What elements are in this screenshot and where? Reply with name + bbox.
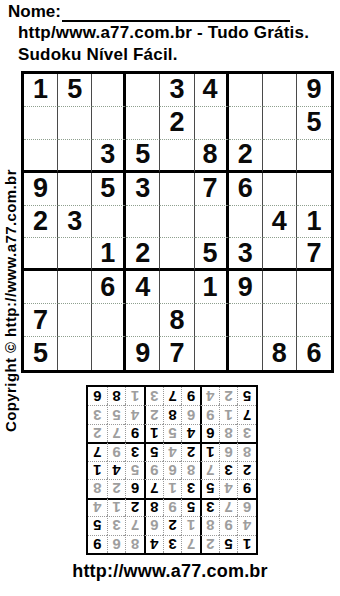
puzzle-cell-r7c2 [58,271,92,304]
site-title: http/www.a77.com.br - Tudo Grátis. [18,23,309,43]
solution-cell-r1c6: 4 [144,535,163,553]
solution-cell-r8c9: 3 [88,405,107,423]
solution-cell-r7c1: 3 [237,424,256,442]
solution-cell-r1c5: 3 [163,535,182,553]
solution-cell-r8c4: 6 [181,405,200,423]
solution-cell-r6c7: 3 [125,442,144,460]
puzzle-cell-r8c6 [195,304,229,337]
puzzle-cell-r3c3: 3 [92,140,126,173]
solution-cell-r9c8: 8 [107,387,126,405]
solution-cell-r9c4: 9 [181,387,200,405]
solution-cell-r5c3: 7 [200,461,219,479]
solution-cell-r2c1: 4 [237,516,256,534]
puzzle-cell-r7c1 [24,271,58,304]
solution-cell-r2c7: 7 [125,516,144,534]
puzzle-cell-r7c8 [263,271,297,304]
difficulty-title: Sudoku Nível Fácil. [18,45,178,65]
solution-cell-r1c4: 7 [181,535,200,553]
solution-cell-r4c7: 6 [125,479,144,497]
solution-cell-r4c3: 5 [200,479,219,497]
solution-cell-r8c3: 9 [200,405,219,423]
puzzle-cell-r8c9 [297,304,331,337]
solution-cell-r2c2: 9 [219,516,238,534]
puzzle-cell-r9c3 [92,337,126,370]
solution-cell-r3c6: 8 [144,498,163,516]
puzzle-cell-r9c2 [58,337,92,370]
solution-cell-r4c1: 9 [237,479,256,497]
solution-cell-r1c7: 8 [125,535,144,553]
puzzle-cell-r4c3: 5 [92,173,126,206]
puzzle-cell-r4c5 [160,173,194,206]
puzzle-cell-r4c8 [263,173,297,206]
solution-cell-r6c3: 1 [200,442,219,460]
solution-cell-r3c5: 9 [163,498,182,516]
solution-cell-r5c8: 4 [107,461,126,479]
puzzle-cell-r3c8 [263,140,297,173]
name-label: Nome: [8,2,61,22]
solution-cell-r5c6: 9 [144,461,163,479]
puzzle-cell-r3c7: 2 [229,140,263,173]
solution-cell-r9c7: 1 [125,387,144,405]
puzzle-cell-r1c3 [92,74,126,107]
puzzle-cell-r9c5: 7 [160,337,194,370]
puzzle-cell-r3c2 [58,140,92,173]
puzzle-cell-r3c5 [160,140,194,173]
puzzle-cell-r8c4 [126,304,160,337]
puzzle-cell-r6c3: 1 [92,238,126,271]
solution-cell-r9c2: 2 [219,387,238,405]
puzzle-cell-r1c6: 4 [195,74,229,107]
footer-url: http://www.a77.com.br [0,561,340,582]
puzzle-cell-r2c1 [24,107,58,140]
solution-cell-r2c4: 1 [181,516,200,534]
name-underline [62,0,290,22]
solution-cell-r1c8: 6 [107,535,126,553]
puzzle-cell-r4c1: 9 [24,173,58,206]
solution-cell-r6c4: 2 [181,442,200,460]
puzzle-cell-r2c7 [229,107,263,140]
puzzle-cell-r5c9: 1 [297,206,331,239]
puzzle-cell-r5c8: 4 [263,206,297,239]
puzzle-cell-r5c5 [160,206,194,239]
solution-cell-r2c5: 2 [163,516,182,534]
solution-cell-r2c8: 3 [107,516,126,534]
puzzle-cell-r9c7 [229,337,263,370]
puzzle-cell-r7c4: 4 [126,271,160,304]
solution-cell-r2c9: 5 [88,516,107,534]
puzzle-cell-r8c7 [229,304,263,337]
solution-cell-r6c1: 8 [237,442,256,460]
puzzle-cell-r3c6: 8 [195,140,229,173]
solution-cell-r5c2: 3 [219,461,238,479]
solution-cell-r6c8: 9 [107,442,126,460]
solution-cell-r6c6: 5 [144,442,163,460]
solution-cell-r1c1: 1 [237,535,256,553]
puzzle-cell-r2c8 [263,107,297,140]
solution-cell-r9c3: 4 [200,387,219,405]
solution-cell-r1c2: 5 [219,535,238,553]
puzzle-cell-r7c3: 6 [92,271,126,304]
solution-cell-r6c5: 4 [163,442,182,460]
solution-cell-r3c7: 2 [125,498,144,516]
puzzle-cell-r5c4 [126,206,160,239]
puzzle-cell-r4c7: 6 [229,173,263,206]
puzzle-cell-r4c6: 7 [195,173,229,206]
solution-cell-r2c6: 6 [144,516,163,534]
solution-cell-r8c7: 4 [125,405,144,423]
solution-cell-r3c4: 5 [181,498,200,516]
puzzle-cell-r5c6 [195,206,229,239]
solution-cell-r7c5: 5 [163,424,182,442]
puzzle-cell-r4c9 [297,173,331,206]
solution-cell-r7c3: 6 [200,424,219,442]
puzzle-cell-r5c7 [229,206,263,239]
puzzle-cell-r8c2 [58,304,92,337]
sudoku-solution-grid: 1527348694981267356735982149453176282378… [86,385,258,555]
solution-cell-r4c9: 8 [88,479,107,497]
solution-cell-r3c9: 4 [88,498,107,516]
solution-cell-r3c3: 3 [200,498,219,516]
puzzle-cell-r6c5 [160,238,194,271]
solution-cell-r7c7: 9 [125,424,144,442]
solution-cell-r7c6: 1 [144,424,163,442]
solution-cell-r4c2: 4 [219,479,238,497]
puzzle-cell-r2c4 [126,107,160,140]
puzzle-cell-r4c2 [58,173,92,206]
solution-cell-r4c4: 3 [181,479,200,497]
solution-cell-r8c5: 8 [163,405,182,423]
solution-cell-r4c8: 2 [107,479,126,497]
solution-cell-r3c1: 6 [237,498,256,516]
puzzle-cell-r1c7 [229,74,263,107]
solution-cell-r8c1: 7 [237,405,256,423]
solution-cell-r6c2: 6 [219,442,238,460]
solution-cell-r8c2: 1 [219,405,238,423]
solution-cell-r7c8: 7 [107,424,126,442]
puzzle-cell-r1c4 [126,74,160,107]
puzzle-cell-r9c4: 9 [126,337,160,370]
puzzle-cell-r6c2 [58,238,92,271]
puzzle-cell-r4c4: 3 [126,173,160,206]
puzzle-cell-r8c1: 7 [24,304,58,337]
solution-cell-r7c9: 2 [88,424,107,442]
solution-cell-r4c5: 1 [163,479,182,497]
puzzle-cell-r9c9: 6 [297,337,331,370]
solution-cell-r9c9: 6 [88,387,107,405]
solution-cell-r5c7: 5 [125,461,144,479]
puzzle-cell-r6c6: 5 [195,238,229,271]
solution-cell-r5c5: 6 [163,461,182,479]
puzzle-cell-r1c2: 5 [58,74,92,107]
solution-cell-r1c3: 2 [200,535,219,553]
puzzle-cell-r1c8 [263,74,297,107]
solution-cell-r3c8: 1 [107,498,126,516]
solution-cell-r3c2: 7 [219,498,238,516]
solution-cell-r1c9: 9 [88,535,107,553]
solution-cell-r5c9: 1 [88,461,107,479]
puzzle-cell-r8c8 [263,304,297,337]
puzzle-cell-r7c7: 9 [229,271,263,304]
puzzle-cell-r2c5: 2 [160,107,194,140]
solution-cell-r8c8: 5 [107,405,126,423]
puzzle-cell-r3c9 [297,140,331,173]
solution-cell-r4c6: 7 [144,479,163,497]
puzzle-cell-r6c8 [263,238,297,271]
puzzle-cell-r6c9: 7 [297,238,331,271]
copyright-vertical-text: Copyright © http://www.a77.com.br [2,169,19,432]
puzzle-cell-r5c3 [92,206,126,239]
solution-cell-r2c3: 8 [200,516,219,534]
puzzle-cell-r1c5: 3 [160,74,194,107]
solution-cell-r8c6: 2 [144,405,163,423]
puzzle-cell-r5c1: 2 [24,206,58,239]
puzzle-cell-r8c5: 8 [160,304,194,337]
puzzle-cell-r2c6 [195,107,229,140]
puzzle-cell-r5c2: 3 [58,206,92,239]
puzzle-cell-r2c3 [92,107,126,140]
puzzle-cell-r6c4: 2 [126,238,160,271]
solution-cell-r9c1: 5 [237,387,256,405]
solution-cell-r5c1: 2 [237,461,256,479]
solution-cell-r7c4: 4 [181,424,200,442]
solution-cell-r5c4: 8 [181,461,200,479]
puzzle-cell-r6c7: 3 [229,238,263,271]
puzzle-cell-r8c3 [92,304,126,337]
solution-cell-r9c6: 3 [144,387,163,405]
solution-cell-r9c5: 7 [163,387,182,405]
puzzle-cell-r7c6: 1 [195,271,229,304]
puzzle-cell-r7c9 [297,271,331,304]
solution-cell-r6c9: 7 [88,442,107,460]
puzzle-cell-r2c9: 5 [297,107,331,140]
puzzle-cell-r1c9: 9 [297,74,331,107]
puzzle-cell-r2c2 [58,107,92,140]
sudoku-puzzle-grid: 153492535829537623411253764197859786 [21,71,334,373]
puzzle-cell-r1c1: 1 [24,74,58,107]
puzzle-cell-r7c5 [160,271,194,304]
puzzle-cell-r9c8: 8 [263,337,297,370]
puzzle-cell-r3c4: 5 [126,140,160,173]
puzzle-cell-r6c1 [24,238,58,271]
puzzle-cell-r3c1 [24,140,58,173]
puzzle-cell-r9c1: 5 [24,337,58,370]
solution-cell-r7c2: 8 [219,424,238,442]
puzzle-cell-r9c6 [195,337,229,370]
